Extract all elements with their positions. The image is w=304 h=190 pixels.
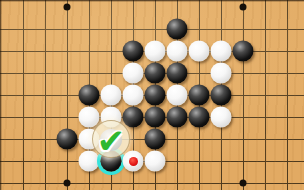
- white-stone: [123, 63, 144, 84]
- white-stone: [123, 85, 144, 106]
- black-stone: [145, 63, 166, 84]
- white-stone: [167, 41, 188, 62]
- screenshot-stage: ✔: [0, 0, 304, 190]
- white-stone: [189, 41, 210, 62]
- black-stone: [145, 107, 166, 128]
- white-stone: [211, 41, 232, 62]
- check-icon: ✔: [97, 124, 126, 158]
- black-stone: [79, 85, 100, 106]
- black-stone: [189, 85, 210, 106]
- star-point: [64, 4, 71, 11]
- white-stone: [145, 151, 166, 172]
- black-stone: [167, 19, 188, 40]
- black-stone: [167, 107, 188, 128]
- black-stone: [211, 85, 232, 106]
- hint-checkmark-badge: ✔: [92, 120, 130, 158]
- black-stone: [57, 129, 78, 150]
- white-stone: [101, 85, 122, 106]
- game-board[interactable]: ✔: [0, 0, 304, 190]
- black-stone: [145, 85, 166, 106]
- white-stone: [211, 63, 232, 84]
- star-point: [240, 4, 247, 11]
- black-stone: [167, 63, 188, 84]
- board-edge-shadow-top: [0, 0, 304, 2]
- black-stone: [233, 41, 254, 62]
- white-stone: [211, 107, 232, 128]
- star-point: [64, 180, 71, 187]
- black-stone: [123, 41, 144, 62]
- board-edge-shadow-left: [0, 0, 2, 190]
- white-stone: [167, 85, 188, 106]
- white-stone: [145, 41, 166, 62]
- black-stone: [145, 129, 166, 150]
- black-stone: [189, 107, 210, 128]
- star-point: [240, 180, 247, 187]
- red-dot-marker: [129, 157, 138, 166]
